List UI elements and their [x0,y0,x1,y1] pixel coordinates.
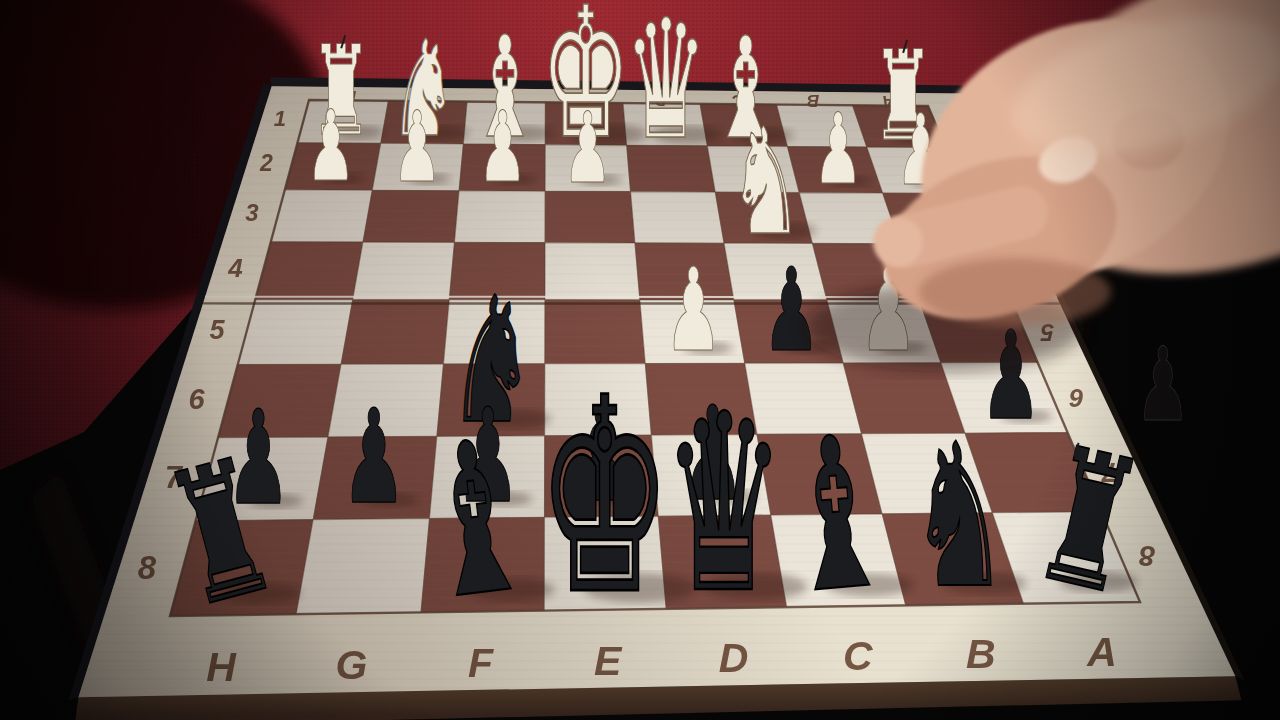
vignette [0,0,1280,720]
chess-board-photo: HH11GG22FF33EE44DD55CC66BB77AA88♜♞♝♚♛♝♜♟… [0,0,1280,720]
chess-board: HH11GG22FF33EE44DD55CC66BB77AA88♜♞♝♚♛♝♜♟… [0,0,1280,720]
photo-scene: HH11GG22FF33EE44DD55CC66BB77AA88♜♞♝♚♛♝♜♟… [0,0,1280,720]
